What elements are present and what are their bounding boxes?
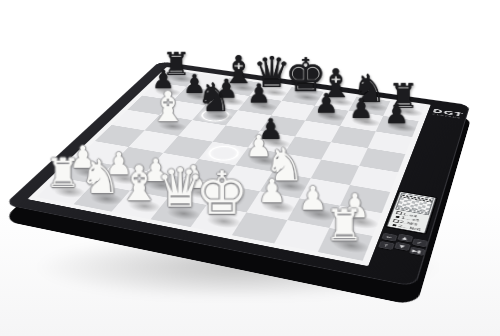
confirm-button[interactable]: ✓: [411, 238, 427, 247]
white-knight-glyph: ♞: [79, 156, 121, 200]
play-pause-button[interactable]: ▶▮: [408, 247, 424, 256]
white-queen-glyph: ♛: [156, 163, 199, 214]
white-pawn-glyph: ♟: [251, 177, 293, 208]
display-move-line: 2. Nf3: [394, 219, 425, 228]
display-board-diagram: [396, 193, 432, 214]
move-line-bullet: [396, 216, 400, 218]
display-move-list: 1. e41... e52. Nf32... Nc6: [392, 211, 427, 233]
white-rook-glyph: ♜: [42, 154, 83, 192]
dgt-logo: DGT CENTAUR: [427, 107, 468, 120]
control-buttons: ↩▲✓?▼▶▮: [376, 232, 429, 256]
down-button[interactable]: ▼: [394, 242, 410, 251]
scene: DGT CENTAUR 1. e41... e52. Nf32... Nc6 ↩…: [0, 0, 500, 336]
move-line-text: 2. Nf3: [399, 220, 418, 227]
move-line-bullet: [397, 212, 401, 214]
display-move-line: 1... e5: [395, 215, 426, 224]
white-rook-glyph: ♜: [322, 205, 367, 247]
white-bishop-glyph: ♝: [117, 160, 159, 207]
move-line-text: 1... e5: [401, 216, 420, 223]
move-line-text: 1. e4: [402, 212, 418, 218]
display-move-line: 2... Nc6: [392, 223, 423, 233]
dgt-centaur-board: DGT CENTAUR 1. e41... e52. Nf32... Nc6 ↩…: [4, 61, 470, 287]
up-button[interactable]: ▲: [397, 234, 413, 243]
move-line-bullet: [394, 220, 398, 222]
move-line-bullet: [393, 224, 397, 226]
square-h5[interactable]: [359, 148, 405, 172]
back-button[interactable]: ↩: [381, 233, 397, 242]
help-button[interactable]: ?: [378, 241, 395, 250]
move-line-text: 2... Nc6: [398, 224, 422, 232]
display-move-line: 1. e4: [397, 211, 428, 220]
photo-backdrop: DGT CENTAUR 1. e41... e52. Nf32... Nc6 ↩…: [0, 0, 500, 336]
white-king-glyph: ♚: [196, 166, 239, 222]
